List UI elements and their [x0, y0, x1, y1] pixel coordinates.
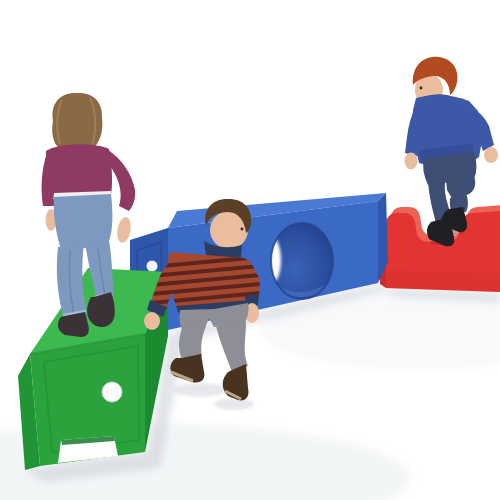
boy-right-near-hand	[405, 153, 418, 170]
boy-middle-eye	[241, 228, 244, 231]
girl-top	[46, 144, 112, 198]
green-beam-port-hole	[102, 382, 122, 402]
girl-jeans-hips	[54, 194, 113, 250]
boy-middle-foot-shadow-front	[174, 383, 226, 397]
boy-middle-foot-shadow-back	[214, 398, 254, 410]
photo-canvas	[0, 0, 500, 500]
product-photo	[0, 0, 500, 500]
boy-middle-right-hand	[144, 312, 160, 330]
boy-right-far-hand	[484, 147, 498, 163]
girl-right-shoe	[87, 292, 115, 327]
boy-right-eye	[420, 87, 423, 90]
connector-peg	[147, 261, 158, 272]
